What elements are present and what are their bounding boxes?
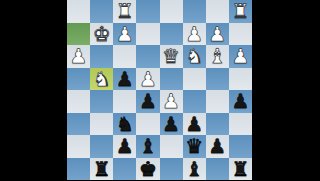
square-a5[interactable]: ♟ <box>229 90 252 113</box>
square-c8[interactable]: ♝ <box>183 158 206 181</box>
square-a8[interactable]: ♜ <box>229 158 252 181</box>
square-h2[interactable] <box>67 23 90 46</box>
square-g4[interactable]: ♞ <box>90 68 113 91</box>
square-e6[interactable] <box>136 113 159 136</box>
piece-black-pawn-f4: ♟ <box>116 68 134 91</box>
square-c3[interactable]: ♞ <box>183 45 206 68</box>
square-d1[interactable] <box>160 0 183 23</box>
piece-white-queen-d3: ♛ <box>162 45 180 68</box>
piece-white-pawn-h3: ♟ <box>70 45 88 68</box>
piece-white-pawn-d5: ♟ <box>162 90 180 113</box>
square-c4[interactable] <box>183 68 206 91</box>
square-h4[interactable] <box>67 68 90 91</box>
square-b5[interactable] <box>206 90 229 113</box>
square-h3[interactable]: ♟ <box>67 45 90 68</box>
square-b6[interactable] <box>206 113 229 136</box>
square-d5[interactable]: ♟ <box>160 90 183 113</box>
square-c5[interactable] <box>183 90 206 113</box>
square-f8[interactable] <box>113 158 136 181</box>
square-b7[interactable]: ♟ <box>206 135 229 158</box>
square-d7[interactable] <box>160 135 183 158</box>
square-a7[interactable] <box>229 135 252 158</box>
square-d4[interactable] <box>160 68 183 91</box>
piece-white-rook-a1: ♜ <box>231 0 249 23</box>
square-d8[interactable] <box>160 158 183 181</box>
piece-white-pawn-b2: ♟ <box>208 23 226 46</box>
piece-white-bishop-b3: ♝ <box>208 45 226 68</box>
square-h8[interactable] <box>67 158 90 181</box>
square-b3[interactable]: ♝ <box>206 45 229 68</box>
square-c2[interactable]: ♟ <box>183 23 206 46</box>
square-h6[interactable] <box>67 113 90 136</box>
square-g6[interactable] <box>90 113 113 136</box>
square-e3[interactable] <box>136 45 159 68</box>
piece-white-pawn-f2: ♟ <box>116 23 134 46</box>
video-frame: ♜♜♚♟♟♟♟♛♞♝♟♞♟♟♟♟♟♞♟♟♟♝♛♟♜♚♝♜ <box>0 0 320 180</box>
piece-white-knight-c3: ♞ <box>185 45 203 68</box>
square-h7[interactable] <box>67 135 90 158</box>
piece-white-knight-g4: ♞ <box>93 68 111 91</box>
square-c7[interactable]: ♛ <box>183 135 206 158</box>
square-e1[interactable] <box>136 0 159 23</box>
square-g3[interactable] <box>90 45 113 68</box>
square-e5[interactable]: ♟ <box>136 90 159 113</box>
square-f1[interactable]: ♜ <box>113 0 136 23</box>
square-g1[interactable] <box>90 0 113 23</box>
square-e4[interactable]: ♟ <box>136 68 159 91</box>
square-f2[interactable]: ♟ <box>113 23 136 46</box>
square-e8[interactable]: ♚ <box>136 158 159 181</box>
piece-black-rook-a8: ♜ <box>231 158 249 181</box>
piece-black-pawn-b7: ♟ <box>208 135 226 158</box>
square-g5[interactable] <box>90 90 113 113</box>
chess-board: ♜♜♚♟♟♟♟♛♞♝♟♞♟♟♟♟♟♞♟♟♟♝♛♟♜♚♝♜ <box>67 0 252 180</box>
piece-white-pawn-e4: ♟ <box>139 68 157 91</box>
square-f6[interactable]: ♞ <box>113 113 136 136</box>
letterbox-left <box>0 0 67 180</box>
square-a6[interactable] <box>229 113 252 136</box>
piece-white-pawn-a3: ♟ <box>231 45 249 68</box>
square-d6[interactable]: ♟ <box>160 113 183 136</box>
square-h1[interactable] <box>67 0 90 23</box>
square-b4[interactable] <box>206 68 229 91</box>
piece-black-pawn-c6: ♟ <box>185 113 203 136</box>
piece-black-pawn-f7: ♟ <box>116 135 134 158</box>
square-g8[interactable]: ♜ <box>90 158 113 181</box>
piece-black-bishop-c8: ♝ <box>185 158 203 181</box>
square-f7[interactable]: ♟ <box>113 135 136 158</box>
piece-black-king-e8: ♚ <box>139 158 157 181</box>
square-b2[interactable]: ♟ <box>206 23 229 46</box>
piece-white-rook-f1: ♜ <box>116 0 134 23</box>
piece-white-king-g2: ♚ <box>93 23 111 46</box>
square-h5[interactable] <box>67 90 90 113</box>
square-b1[interactable] <box>206 0 229 23</box>
square-c6[interactable]: ♟ <box>183 113 206 136</box>
piece-black-pawn-a5: ♟ <box>231 90 249 113</box>
square-f4[interactable]: ♟ <box>113 68 136 91</box>
letterbox-right <box>252 0 320 180</box>
square-c1[interactable] <box>183 0 206 23</box>
square-g2[interactable]: ♚ <box>90 23 113 46</box>
piece-black-rook-g8: ♜ <box>93 158 111 181</box>
piece-black-queen-c7: ♛ <box>185 135 203 158</box>
square-e7[interactable]: ♝ <box>136 135 159 158</box>
square-b8[interactable] <box>206 158 229 181</box>
square-a3[interactable]: ♟ <box>229 45 252 68</box>
square-a1[interactable]: ♜ <box>229 0 252 23</box>
piece-black-bishop-e7: ♝ <box>139 135 157 158</box>
square-d2[interactable] <box>160 23 183 46</box>
piece-black-pawn-d6: ♟ <box>162 113 180 136</box>
piece-white-pawn-c2: ♟ <box>185 23 203 46</box>
piece-black-knight-f6: ♞ <box>116 113 134 136</box>
square-a4[interactable] <box>229 68 252 91</box>
square-d3[interactable]: ♛ <box>160 45 183 68</box>
square-g7[interactable] <box>90 135 113 158</box>
square-a2[interactable] <box>229 23 252 46</box>
square-f3[interactable] <box>113 45 136 68</box>
square-f5[interactable] <box>113 90 136 113</box>
piece-black-pawn-e5: ♟ <box>139 90 157 113</box>
square-e2[interactable] <box>136 23 159 46</box>
